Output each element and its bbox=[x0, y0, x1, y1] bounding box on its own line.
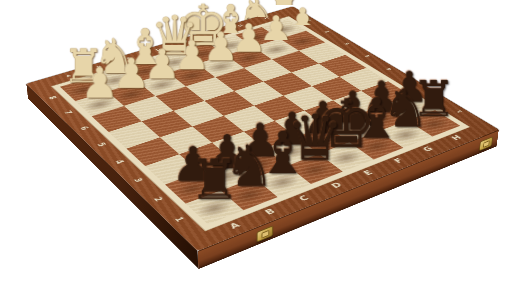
chess-board: ♜♞♝♛♚♝♞♜♟♟♟♟♟♟♟♟♟♟♟♟♟♟♟♟♜♞♝♛♚♝♞♜ AABBCCD… bbox=[26, 6, 499, 250]
coord-rank-4-west: 4 bbox=[111, 157, 128, 167]
scene: ♜♞♝♛♚♝♞♜♟♟♟♟♟♟♟♟♟♟♟♟♟♟♟♟♜♞♝♛♚♝♞♜ AABBCCD… bbox=[84, 0, 424, 276]
scene-caption: Angled product photo of a folding wooden… bbox=[0, 0, 1, 1]
coord-rank-1-west: 1 bbox=[170, 213, 189, 225]
coord-rank-8-west: 8 bbox=[45, 94, 60, 102]
piece-black-rook-a1[interactable]: ♜ bbox=[187, 133, 243, 207]
chess-set-photo: Angled product photo of a folding wooden… bbox=[0, 0, 521, 300]
coord-rank-7-west: 7 bbox=[60, 108, 75, 117]
brass-clasp-right bbox=[479, 136, 493, 151]
coord-rank-2-west: 2 bbox=[149, 194, 167, 205]
board-squares: ♜♞♝♛♚♝♞♜♟♟♟♟♟♟♟♟♟♟♟♟♟♟♟♟♜♞♝♛♚♝♞♜ bbox=[60, 19, 460, 224]
brass-clasp-left bbox=[256, 225, 273, 242]
coord-rank-3-west: 3 bbox=[130, 175, 147, 186]
coord-rank-6-west: 6 bbox=[76, 124, 92, 133]
coord-rank-5-west: 5 bbox=[93, 140, 109, 150]
